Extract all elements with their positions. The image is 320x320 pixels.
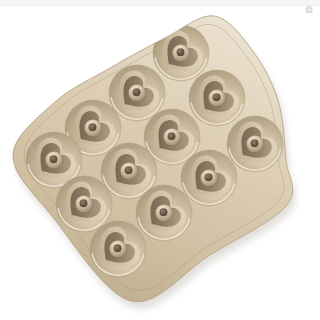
product-photo-canvas — [0, 0, 320, 320]
watermark-icon — [303, 3, 315, 15]
baking-pan-photo — [0, 0, 320, 320]
